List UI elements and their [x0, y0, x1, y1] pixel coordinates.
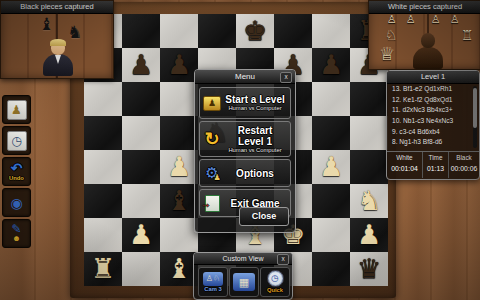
black-pawn: ♟ [319, 52, 343, 79]
move-list-panel: Level 1 13. Bf1-e2 Qd1xRh1 12. Ke1-f2 Qd… [386, 70, 480, 180]
clock-icon: ◷ [7, 131, 27, 151]
restart-level-sublabel: Human vs Computer [224, 147, 286, 154]
board-square-c5[interactable] [160, 116, 198, 150]
move-row[interactable]: 13. Bf1-e2 Qd1xRh1 [387, 84, 479, 95]
board-square-b7[interactable]: ♟ [122, 48, 160, 82]
eye-icon: ◉ [10, 195, 22, 211]
board-square-c8[interactable] [160, 14, 198, 48]
start-level-label: Start a Level [224, 94, 286, 105]
watch-face-glyph: ◷ [271, 274, 279, 283]
board-square-h4[interactable] [350, 150, 388, 184]
move-row[interactable]: 8. Ng1-h3 Bf8-d6 [387, 137, 479, 148]
menu-item-restart-level[interactable]: ↻ Restart Level 1 Human vs Computer [199, 121, 291, 157]
menu-item-options[interactable]: ⚙ ♟ Options [199, 159, 291, 187]
black-king: ♚ [243, 18, 267, 45]
restart-icon: ↻ [200, 128, 224, 150]
board-square-b5[interactable] [122, 116, 160, 150]
board-setup-button[interactable]: ♟ [2, 95, 31, 124]
white-captured-title: White pieces captured [369, 1, 480, 14]
board-square-a4[interactable] [84, 150, 122, 184]
avatar-body [413, 47, 443, 69]
undo-label: Undo [9, 175, 24, 181]
quick-view-button[interactable]: ◷ Quick [260, 267, 290, 297]
board-square-g4[interactable]: ♟ [312, 150, 350, 184]
white-rook: ♜ [91, 256, 115, 283]
custom-view-close-icon[interactable]: x [277, 254, 289, 265]
board-square-g7[interactable]: ♟ [312, 48, 350, 82]
view-button[interactable]: ◉ [2, 188, 31, 217]
time-label: Time [423, 152, 448, 164]
captured-black-bishop: ♝ [39, 16, 54, 33]
captured-white-knight: ♘ [385, 28, 398, 42]
human-player-avatar [41, 40, 75, 76]
custom-view-panel: Custom View x ♙♘ Cam 3 ▦ ◷ Quick [193, 252, 293, 300]
menu-dialog: Menu x ♟ Start a Level Human vs Computer… [194, 69, 296, 233]
board-square-b4[interactable] [122, 150, 160, 184]
white-pawn: ♟ [167, 154, 191, 181]
avatar-hair [50, 39, 66, 46]
board-square-h6[interactable] [350, 82, 388, 116]
board-square-h5[interactable] [350, 116, 388, 150]
menu-item-start-level[interactable]: ♟ Start a Level Human vs Computer [199, 87, 291, 119]
move-list-scrollbar[interactable] [473, 86, 477, 148]
black-clock-label: Black [449, 152, 479, 164]
close-button[interactable]: Close [239, 207, 289, 226]
scrollbar-thumb[interactable] [473, 88, 477, 128]
board-square-b6[interactable] [122, 82, 160, 116]
black-clock: Black 00:00:06 [449, 152, 479, 178]
move-row[interactable]: 10. Nb1-c3 Ne4xNc3 [387, 116, 479, 127]
board-square-b1[interactable] [122, 252, 160, 286]
restart-level-label: Restart Level 1 [224, 125, 286, 147]
board-square-g5[interactable] [312, 116, 350, 150]
board-square-d8[interactable] [198, 14, 236, 48]
black-queen: ♛ [357, 256, 381, 283]
board-square-g1[interactable] [312, 252, 350, 286]
board-square-h3[interactable]: ♞ [350, 184, 388, 218]
options-gear-icon: ⚙ ♟ [200, 164, 224, 182]
board-square-g3[interactable] [312, 184, 350, 218]
restart-arrow-glyph: ↻ [204, 128, 219, 150]
board-square-a1[interactable]: ♜ [84, 252, 122, 286]
menu-close-icon[interactable]: x [280, 72, 292, 83]
captured-black-knight: ♞ [67, 24, 82, 41]
mini-pieces-glyph: ♙♘ [206, 275, 220, 283]
board-square-c6[interactable] [160, 82, 198, 116]
pawn-glyph: ♟ [11, 103, 22, 117]
options-label: Options [224, 168, 286, 179]
white-clock-label: White [387, 152, 422, 164]
board-square-c2[interactable] [160, 218, 198, 252]
undo-arrow-icon: ↶ [11, 162, 23, 175]
chess-app-screen: ♜♚♜♟♟♟♟♟♟♟♞♟♟♟♝♞♟♝♚♟♜♝♛ Black pieces cap… [0, 0, 480, 300]
board-square-g8[interactable] [312, 14, 350, 48]
mini-board-glyph: ▦ [239, 277, 249, 288]
black-clock-value: 00:00:06 [449, 164, 479, 174]
pocket-watch-icon: ◷ [267, 270, 284, 287]
camera-3-button[interactable]: ♙♘ Cam 3 [198, 267, 228, 297]
captured-white-rook: ♖ [461, 28, 474, 42]
camera-3-label: Cam 3 [204, 286, 221, 293]
black-bishop: ♝ [167, 188, 191, 215]
white-clock-value: 00:01:04 [387, 164, 422, 174]
captured-white-pawns: ♙ ♙ [431, 14, 463, 25]
edit-button[interactable]: ✎ ☻ [2, 219, 31, 248]
board-view-button[interactable]: ▦ [229, 267, 259, 297]
quick-label: Quick [267, 287, 283, 294]
undo-button[interactable]: ↶ Undo [2, 157, 31, 186]
white-pawn: ♟ [319, 154, 343, 181]
exit-door-icon: → [200, 195, 224, 212]
board-square-b2[interactable]: ♟ [122, 218, 160, 252]
board-square-a6[interactable] [84, 82, 122, 116]
gold-pawn-glyph: ♟ [208, 99, 216, 108]
move-row[interactable]: 12. Ke1-f2 Qd8xQd1 [387, 95, 479, 106]
board-square-b8[interactable] [122, 14, 160, 48]
smiley-icon: ☻ [12, 235, 20, 243]
captured-white-queen: ♕ [379, 45, 395, 63]
white-knight: ♞ [357, 188, 381, 215]
board-square-a2[interactable] [84, 218, 122, 252]
board-square-h1[interactable]: ♛ [350, 252, 388, 286]
board-square-e8[interactable]: ♚ [236, 14, 274, 48]
start-level-sublabel: Human vs Computer [224, 105, 286, 112]
board-square-f8[interactable] [274, 14, 312, 48]
white-pawn: ♟ [129, 222, 153, 249]
white-bishop: ♝ [167, 256, 191, 283]
exit-arrow-glyph: → [201, 198, 211, 209]
captured-white-pawns: ♙ ♙ [387, 14, 419, 25]
gear-pawn-glyph: ♟ [213, 173, 220, 182]
black-pawn: ♟ [167, 52, 191, 79]
board-pawn-icon: ♟ [7, 100, 27, 120]
clock-button[interactable]: ◷ [2, 126, 31, 155]
board-square-a3[interactable] [84, 184, 122, 218]
move-row[interactable]: 9. c3-c4 Bd6xb4 [387, 127, 479, 138]
board-square-h2[interactable]: ♟ [350, 218, 388, 252]
black-pawn: ♟ [129, 52, 153, 79]
board-square-g6[interactable] [312, 82, 350, 116]
board-square-b3[interactable] [122, 184, 160, 218]
board-square-g2[interactable] [312, 218, 350, 252]
move-timer: Time 01:13 [423, 152, 449, 178]
start-level-icon: ♟ [200, 96, 224, 111]
white-clock: White 00:01:04 [387, 152, 423, 178]
move-row[interactable]: 11. d2xNc3 Bb4xc3+ [387, 105, 479, 116]
black-captured-panel: Black pieces captured ♝ ♞ [0, 0, 114, 79]
clock-glyph: ◷ [11, 134, 21, 148]
board-square-c4[interactable]: ♟ [160, 150, 198, 184]
level-header: Level 1 [387, 71, 479, 84]
clock-bar: White 00:01:04 Time 01:13 Black 00:00:06 [387, 151, 479, 178]
board-view-icon: ▦ [233, 273, 255, 291]
time-value: 01:13 [423, 164, 448, 174]
board-square-c3[interactable]: ♝ [160, 184, 198, 218]
computer-player-avatar [411, 33, 445, 69]
white-captured-panel: White pieces captured ♙ ♙ ♙ ♙ ♘ ♖ ♕ [368, 0, 480, 70]
board-square-a5[interactable] [84, 116, 122, 150]
board-square-c7[interactable]: ♟ [160, 48, 198, 82]
camera-pieces-icon: ♙♘ [203, 272, 223, 286]
avatar-head [421, 33, 435, 48]
white-pawn: ♟ [357, 222, 381, 249]
